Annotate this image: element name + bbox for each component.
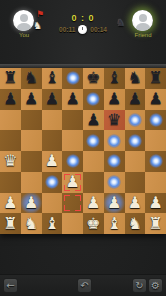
- square-a2[interactable]: ♟: [0, 193, 21, 214]
- clock-black: 00:14: [90, 26, 107, 33]
- square-b1[interactable]: ♞: [21, 213, 42, 234]
- piece-black-rook[interactable]: ♜: [145, 68, 166, 89]
- move-dot[interactable]: [149, 154, 163, 168]
- square-e5[interactable]: [83, 130, 104, 151]
- square-b5[interactable]: [21, 130, 42, 151]
- square-a1[interactable]: ♜: [0, 213, 21, 234]
- move-dot[interactable]: [107, 154, 121, 168]
- square-d3[interactable]: ♟: [62, 172, 83, 193]
- piece-black-pawn[interactable]: ♟: [104, 89, 125, 110]
- square-d4[interactable]: [62, 151, 83, 172]
- square-d1[interactable]: [62, 213, 83, 234]
- piece-white-rook[interactable]: ♜: [145, 213, 166, 234]
- square-g2[interactable]: ♟: [125, 193, 146, 214]
- square-b3[interactable]: [21, 172, 42, 193]
- piece-black-pawn[interactable]: ♟: [145, 89, 166, 110]
- undo-button[interactable]: ↶: [77, 278, 92, 293]
- square-g4[interactable]: [125, 151, 146, 172]
- square-e7[interactable]: [83, 89, 104, 110]
- move-dot[interactable]: [86, 134, 100, 148]
- piece-white-pawn[interactable]: ♟: [104, 193, 125, 214]
- square-e3[interactable]: [83, 172, 104, 193]
- square-f1[interactable]: ♝: [104, 213, 125, 234]
- move-dot[interactable]: [45, 175, 59, 189]
- move-dot[interactable]: [107, 175, 121, 189]
- last-move-marker-corner: [64, 174, 70, 180]
- move-dot[interactable]: [107, 134, 121, 148]
- square-a8[interactable]: ♜: [0, 68, 21, 89]
- square-f7[interactable]: ♟: [104, 89, 125, 110]
- square-f4[interactable]: [104, 151, 125, 172]
- square-g1[interactable]: ♞: [125, 213, 146, 234]
- square-h8[interactable]: ♜: [145, 68, 166, 89]
- square-c5[interactable]: [42, 130, 63, 151]
- black-side-piece-icon: ♞: [116, 18, 125, 28]
- piece-white-pawn[interactable]: ♟: [21, 193, 42, 214]
- move-dot[interactable]: [86, 92, 100, 106]
- piece-black-knight[interactable]: ♞: [21, 68, 42, 89]
- last-move-marker-corner: [75, 174, 81, 180]
- avatar-person-icon: [136, 23, 150, 32]
- square-e2[interactable]: ♟: [83, 193, 104, 214]
- piece-black-pawn[interactable]: ♟: [83, 110, 104, 131]
- move-dot[interactable]: [66, 154, 80, 168]
- square-c4[interactable]: ♟: [42, 151, 63, 172]
- square-d7[interactable]: ♟: [62, 89, 83, 110]
- square-d8[interactable]: [62, 68, 83, 89]
- piece-black-bishop[interactable]: ♝: [104, 68, 125, 89]
- back-button[interactable]: ←: [3, 278, 18, 293]
- piece-black-queen[interactable]: ♛: [104, 110, 125, 131]
- square-c8[interactable]: ♝: [42, 68, 63, 89]
- clock-icon: [78, 25, 87, 34]
- piece-white-pawn[interactable]: ♟: [125, 193, 146, 214]
- square-c7[interactable]: ♟: [42, 89, 63, 110]
- piece-black-rook[interactable]: ♜: [0, 68, 21, 89]
- square-a4[interactable]: ♛: [0, 151, 21, 172]
- square-b7[interactable]: ♟: [21, 89, 42, 110]
- move-dot[interactable]: [128, 134, 142, 148]
- piece-black-pawn[interactable]: ♟: [62, 89, 83, 110]
- square-b6[interactable]: [21, 110, 42, 131]
- square-f5[interactable]: [104, 130, 125, 151]
- square-h2[interactable]: ♟: [145, 193, 166, 214]
- move-dot[interactable]: [149, 113, 163, 127]
- last-move-marker-corner: [75, 185, 81, 191]
- piece-black-pawn[interactable]: ♟: [0, 89, 21, 110]
- square-g7[interactable]: ♟: [125, 89, 146, 110]
- square-h3[interactable]: [145, 172, 166, 193]
- move-dot[interactable]: [66, 71, 80, 85]
- square-h6[interactable]: [145, 110, 166, 131]
- piece-black-pawn[interactable]: ♟: [125, 89, 146, 110]
- piece-black-bishop[interactable]: ♝: [42, 68, 63, 89]
- square-d6[interactable]: [62, 110, 83, 131]
- square-g3[interactable]: [125, 172, 146, 193]
- square-e8[interactable]: ♚: [83, 68, 104, 89]
- square-e4[interactable]: [83, 151, 104, 172]
- avatar-friend[interactable]: [132, 10, 153, 31]
- square-b8[interactable]: ♞: [21, 68, 42, 89]
- square-c2[interactable]: [42, 193, 63, 214]
- piece-white-king[interactable]: ♚: [83, 213, 104, 234]
- square-f2[interactable]: ♟: [104, 193, 125, 214]
- piece-white-rook[interactable]: ♜: [0, 213, 21, 234]
- square-e1[interactable]: ♚: [83, 213, 104, 234]
- move-dot[interactable]: [128, 113, 142, 127]
- last-move-marker-corner: [75, 195, 81, 201]
- square-c3[interactable]: [42, 172, 63, 193]
- square-g6[interactable]: [125, 110, 146, 131]
- rotate-board-button[interactable]: ↻: [132, 278, 147, 293]
- piece-white-queen[interactable]: ♛: [0, 151, 21, 172]
- square-a7[interactable]: ♟: [0, 89, 21, 110]
- last-move-marker-corner: [75, 205, 81, 211]
- piece-white-pawn[interactable]: ♟: [0, 193, 21, 214]
- square-h7[interactable]: ♟: [145, 89, 166, 110]
- player-name-friend: Friend: [122, 32, 164, 38]
- square-h1[interactable]: ♜: [145, 213, 166, 234]
- piece-white-bishop[interactable]: ♝: [104, 213, 125, 234]
- square-g5[interactable]: [125, 130, 146, 151]
- square-d5[interactable]: [62, 130, 83, 151]
- piece-black-knight[interactable]: ♞: [125, 68, 146, 89]
- square-g8[interactable]: ♞: [125, 68, 146, 89]
- piece-white-bishop[interactable]: ♝: [42, 213, 63, 234]
- last-move-marker-corner: [64, 185, 70, 191]
- square-b4[interactable]: [21, 151, 42, 172]
- piece-white-pawn[interactable]: ♟: [42, 151, 63, 172]
- piece-white-pawn[interactable]: ♟: [83, 193, 104, 214]
- square-e6[interactable]: ♟: [83, 110, 104, 131]
- piece-white-knight[interactable]: ♞: [125, 213, 146, 234]
- piece-white-knight[interactable]: ♞: [21, 213, 42, 234]
- clock-white: 00:11: [59, 26, 75, 33]
- piece-white-pawn[interactable]: ♟: [145, 193, 166, 214]
- piece-black-pawn[interactable]: ♟: [42, 89, 63, 110]
- chess-app: You ⚑ ♞ 0 : 0 00:11 00:14 ♞ Friend ♜♞♝♚♝…: [0, 0, 166, 296]
- square-a5[interactable]: [0, 130, 21, 151]
- bottom-toolbar: ← ↶ ↻ ⚙: [0, 274, 166, 296]
- square-h4[interactable]: [145, 151, 166, 172]
- square-h5[interactable]: [145, 130, 166, 151]
- last-move-marker-corner: [64, 205, 70, 211]
- square-f6[interactable]: ♛: [104, 110, 125, 131]
- square-a6[interactable]: [0, 110, 21, 131]
- square-d2[interactable]: [62, 193, 83, 214]
- last-move-marker-corner: [64, 195, 70, 201]
- square-f3[interactable]: [104, 172, 125, 193]
- piece-black-pawn[interactable]: ♟: [21, 89, 42, 110]
- piece-black-king[interactable]: ♚: [83, 68, 104, 89]
- square-c6[interactable]: [42, 110, 63, 131]
- square-c1[interactable]: ♝: [42, 213, 63, 234]
- square-b2[interactable]: ♟: [21, 193, 42, 214]
- avatar-person-icon: [139, 14, 147, 22]
- settings-button[interactable]: ⚙: [148, 278, 163, 293]
- chess-board[interactable]: ♜♞♝♚♝♞♜♟♟♟♟♟♟♟♟♛♛♟♟♟♟♟♟♟♟♜♞♝♚♝♞♜: [0, 68, 166, 234]
- square-a3[interactable]: [0, 172, 21, 193]
- square-f8[interactable]: ♝: [104, 68, 125, 89]
